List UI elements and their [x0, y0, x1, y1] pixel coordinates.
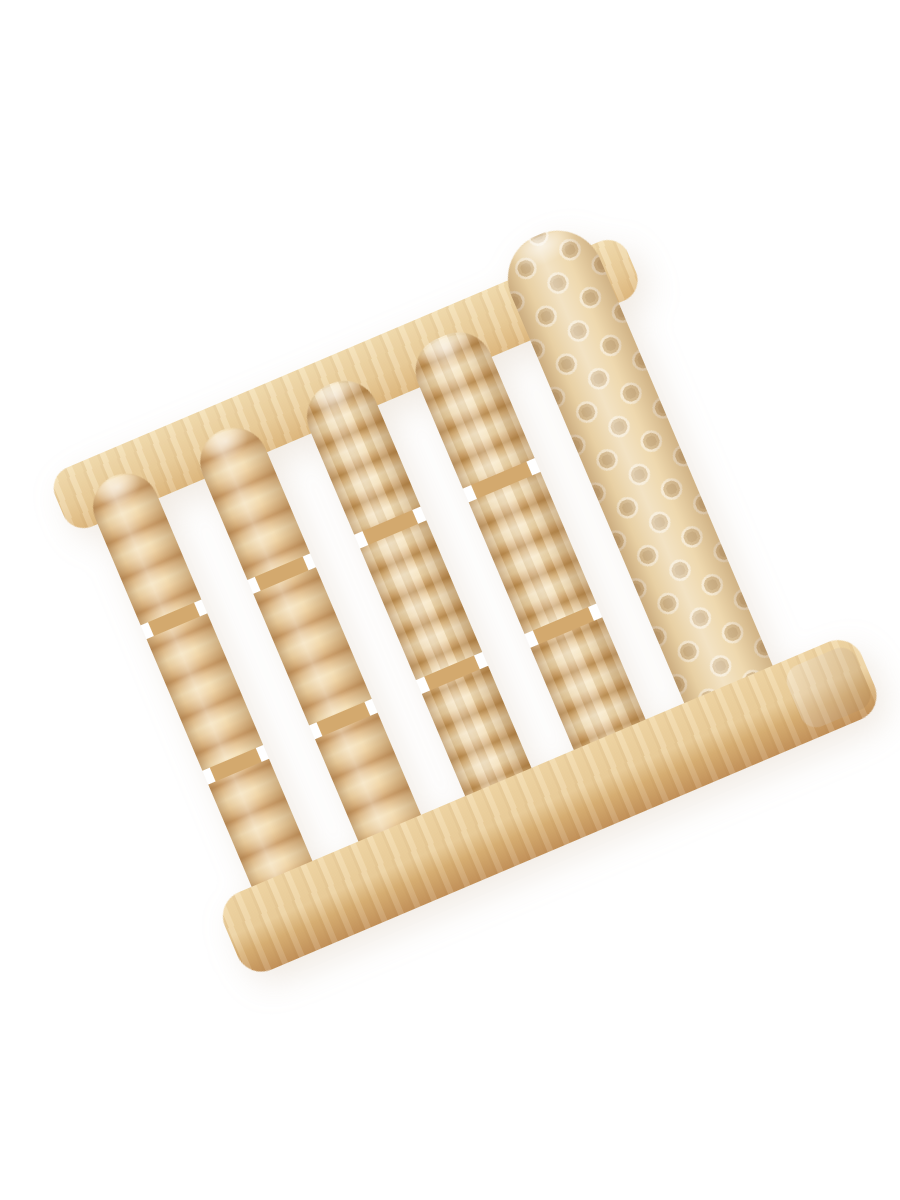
wooden-foot-massage-roller: [47, 226, 843, 964]
photo-background: [0, 0, 900, 1200]
roller-4-segment-gap-2: [525, 603, 603, 647]
roller-4-segment-gap-1: [463, 458, 541, 502]
roller-3-segment-gap-1: [354, 507, 426, 549]
roller-1-segment-gap-2: [202, 745, 269, 785]
roller-3-segment-gap-2: [416, 652, 488, 694]
roller-2-segment-gap-2: [309, 699, 377, 739]
roller-1-segment-gap-1: [141, 600, 208, 640]
roller-2-segment-gap-1: [248, 554, 316, 594]
